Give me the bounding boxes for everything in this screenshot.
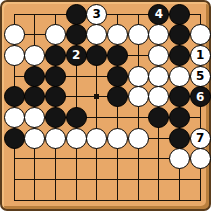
stone-white <box>190 148 211 169</box>
stone-black-move-2: 2 <box>66 45 87 66</box>
stone-white <box>86 24 107 45</box>
stone-white-move-1: 1 <box>190 45 211 66</box>
stone-black <box>107 66 128 87</box>
stone-white <box>128 86 149 107</box>
stone-black <box>107 86 128 107</box>
stone-black <box>86 45 107 66</box>
stone-white <box>148 66 169 87</box>
stone-black <box>24 66 45 87</box>
hoshi-star-point <box>94 94 99 99</box>
stone-black <box>4 128 25 149</box>
stone-white <box>148 45 169 66</box>
stone-black <box>66 107 87 128</box>
stone-white-move-3: 3 <box>86 4 107 25</box>
stone-black-move-6: 6 <box>190 86 211 107</box>
stone-white <box>4 24 25 45</box>
stone-white <box>169 66 190 87</box>
stone-black-move-4: 4 <box>148 4 169 25</box>
grid-line-horizontal <box>14 179 201 180</box>
stone-black <box>45 66 66 87</box>
stone-white <box>86 128 107 149</box>
stone-white <box>169 148 190 169</box>
stone-white-move-7: 7 <box>190 128 211 149</box>
stone-black <box>66 4 87 25</box>
stone-white <box>45 24 66 45</box>
stone-black <box>45 86 66 107</box>
stone-black <box>169 4 190 25</box>
go-board[interactable]: 3421567 <box>0 0 211 211</box>
stone-white <box>4 45 25 66</box>
stone-white <box>24 45 45 66</box>
stone-black <box>45 107 66 128</box>
stone-white <box>4 107 25 128</box>
stone-black <box>169 24 190 45</box>
stone-white <box>128 128 149 149</box>
stone-white <box>24 128 45 149</box>
stone-white <box>128 24 149 45</box>
stone-white <box>107 24 128 45</box>
stone-white <box>107 128 128 149</box>
stone-white-move-5: 5 <box>190 66 211 87</box>
stone-black <box>169 45 190 66</box>
stone-white <box>66 128 87 149</box>
stone-white <box>148 24 169 45</box>
stone-black <box>107 45 128 66</box>
stone-white <box>24 107 45 128</box>
stone-black <box>169 107 190 128</box>
stone-white <box>128 66 149 87</box>
stone-black <box>45 45 66 66</box>
go-diagram: 3421567 <box>0 0 211 211</box>
stone-black <box>169 86 190 107</box>
stone-black <box>66 24 87 45</box>
stone-black <box>24 86 45 107</box>
grid-line-horizontal <box>14 200 201 201</box>
stone-black <box>148 107 169 128</box>
stone-white <box>148 86 169 107</box>
stone-white <box>190 24 211 45</box>
stone-black <box>169 128 190 149</box>
stone-white <box>45 128 66 149</box>
stone-black <box>4 86 25 107</box>
